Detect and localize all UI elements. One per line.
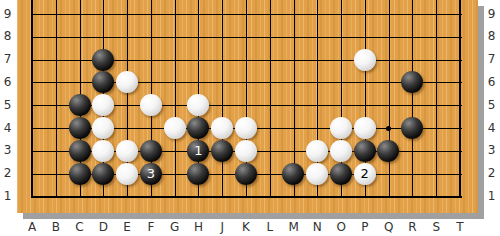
board-point-D6 (91, 71, 115, 94)
board-point-P7 (353, 48, 377, 71)
board-point-F2: 3 (139, 162, 163, 185)
board-point-R4 (400, 117, 424, 140)
column-label-S: S (426, 220, 446, 236)
row-label-right-7: 7 (484, 52, 499, 67)
board-point-F5 (139, 94, 163, 117)
stone-white (92, 94, 114, 116)
column-label-N: N (307, 220, 327, 236)
row-label-left-2: 2 (0, 166, 15, 181)
stone-black (282, 163, 304, 185)
go-board[interactable]: 132 (17, 0, 478, 213)
column-label-M: M (284, 220, 304, 236)
board-point-D5 (91, 94, 115, 117)
stone-black (92, 163, 114, 185)
board-point-N2 (305, 162, 329, 185)
board-point-J3 (210, 139, 234, 162)
column-label-E: E (117, 220, 137, 236)
stone-white (235, 117, 257, 139)
stone-black (69, 163, 91, 185)
stone-white-numbered: 2 (354, 163, 376, 185)
stone-black (330, 163, 352, 185)
stone-white (306, 140, 328, 162)
row-label-right-9: 9 (484, 7, 499, 22)
column-label-K: K (236, 220, 256, 236)
board-point-Q3 (377, 139, 401, 162)
row-label-right-6: 6 (484, 75, 499, 90)
board-point-O3 (329, 139, 353, 162)
stone-black (92, 49, 114, 71)
board-point-P4 (353, 117, 377, 140)
row-label-left-4: 4 (0, 121, 15, 136)
column-label-G: G (165, 220, 185, 236)
board-point-C2 (68, 162, 92, 185)
stone-black (187, 163, 209, 185)
board-point-H5 (186, 94, 210, 117)
board-point-F3 (139, 139, 163, 162)
stone-black (354, 140, 376, 162)
row-label-left-9: 9 (0, 7, 15, 22)
row-label-left-7: 7 (0, 52, 15, 67)
board-point-E3 (115, 139, 139, 162)
stone-white (116, 140, 138, 162)
stone-white (140, 94, 162, 116)
board-point-K4 (234, 117, 258, 140)
stone-black-numbered: 3 (140, 163, 162, 185)
stone-white (235, 140, 257, 162)
row-label-right-2: 2 (484, 166, 499, 181)
board-point-P2: 2 (353, 162, 377, 185)
row-label-left-5: 5 (0, 98, 15, 113)
stone-white (211, 117, 233, 139)
column-label-H: H (188, 220, 208, 236)
board-point-C4 (68, 117, 92, 140)
board-point-P3 (353, 139, 377, 162)
board-point-K2 (234, 162, 258, 185)
column-label-C: C (70, 220, 90, 236)
row-label-right-8: 8 (484, 29, 499, 44)
board-point-C5 (68, 94, 92, 117)
board-point-N3 (305, 139, 329, 162)
stone-white (164, 117, 186, 139)
board-point-D7 (91, 48, 115, 71)
stone-black (140, 140, 162, 162)
stone-black (401, 117, 423, 139)
column-label-L: L (260, 220, 280, 236)
column-label-P: P (355, 220, 375, 236)
board-point-E6 (115, 71, 139, 94)
stone-black (211, 140, 233, 162)
stone-black (69, 140, 91, 162)
column-label-Q: Q (379, 220, 399, 236)
stone-black (401, 71, 423, 93)
stone-black (187, 117, 209, 139)
stone-black (69, 117, 91, 139)
board-point-H3: 1 (186, 139, 210, 162)
column-label-J: J (212, 220, 232, 236)
board-point-D4 (91, 117, 115, 140)
stone-white (116, 163, 138, 185)
row-label-right-1: 1 (484, 189, 499, 204)
column-label-A: A (22, 220, 42, 236)
stones-grid: 132 (20, 3, 472, 208)
stone-white (330, 140, 352, 162)
stone-white (306, 163, 328, 185)
column-label-R: R (402, 220, 422, 236)
row-label-left-3: 3 (0, 143, 15, 158)
column-label-B: B (46, 220, 66, 236)
row-label-right-3: 3 (484, 143, 499, 158)
row-label-left-1: 1 (0, 189, 15, 204)
row-label-right-4: 4 (484, 121, 499, 136)
stone-white (354, 117, 376, 139)
board-point-E2 (115, 162, 139, 185)
board-point-D2 (91, 162, 115, 185)
board-point-H4 (186, 117, 210, 140)
board-point-J4 (210, 117, 234, 140)
row-label-right-5: 5 (484, 98, 499, 113)
row-label-left-8: 8 (0, 29, 15, 44)
board-point-R6 (400, 71, 424, 94)
column-label-O: O (331, 220, 351, 236)
stone-black (69, 94, 91, 116)
stone-black-numbered: 1 (187, 140, 209, 162)
board-point-K3 (234, 139, 258, 162)
stone-white (187, 94, 209, 116)
stone-white (92, 117, 114, 139)
row-label-left-6: 6 (0, 75, 15, 90)
board-point-M2 (282, 162, 306, 185)
stone-white (92, 140, 114, 162)
column-label-T: T (450, 220, 470, 236)
board-point-D3 (91, 139, 115, 162)
board-point-G4 (163, 117, 187, 140)
stone-white (354, 49, 376, 71)
stone-white (116, 71, 138, 93)
board-point-H2 (186, 162, 210, 185)
stone-black (377, 140, 399, 162)
board-point-O2 (329, 162, 353, 185)
stone-black (235, 163, 257, 185)
go-diagram: 132 987654321987654321ABCDEFGHJKLMNOPQRS… (0, 0, 500, 236)
stone-black (92, 71, 114, 93)
stone-white (330, 117, 352, 139)
column-label-D: D (93, 220, 113, 236)
board-point-C3 (68, 139, 92, 162)
column-label-F: F (141, 220, 161, 236)
board-point-O4 (329, 117, 353, 140)
